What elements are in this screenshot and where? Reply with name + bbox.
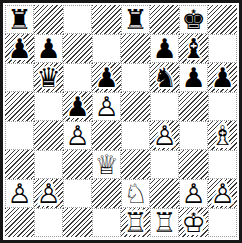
square-c2[interactable] [63, 179, 92, 208]
square-c1[interactable] [63, 208, 92, 237]
piece-glyph: ♟ [5, 34, 34, 63]
black-pawn: ♟ [34, 34, 63, 63]
square-e4[interactable] [121, 121, 150, 150]
square-f7[interactable]: ♟ [150, 34, 179, 63]
black-pawn: ♟ [150, 34, 179, 63]
white-pawn: ♟♙ [5, 179, 34, 208]
piece-glyph: ♟ [208, 63, 237, 92]
white-pawn: ♟♙ [63, 121, 92, 150]
square-e3[interactable] [121, 150, 150, 179]
white-knight: ♞♘ [121, 179, 150, 208]
square-f6[interactable]: ♞ [150, 63, 179, 92]
piece-glyph: ♟ [179, 63, 208, 92]
black-pawn: ♟ [5, 34, 34, 63]
white-queen: ♛♕ [92, 150, 121, 179]
square-h2[interactable]: ♟♙ [208, 179, 237, 208]
white-king: ♚♔ [179, 208, 208, 237]
square-b7[interactable]: ♟ [34, 34, 63, 63]
chess-board: ♜♜♚♟♟♟♝♛♟♞♟♟♟♟♙♟♙♟♙♝♗♛♕♟♙♟♙♞♘♟♙♟♙♜♖♜♖♚♔ [5, 5, 237, 237]
square-e7[interactable] [121, 34, 150, 63]
piece-glyph: ♙ [63, 121, 92, 150]
black-king: ♚ [179, 5, 208, 34]
black-bishop: ♝ [179, 34, 208, 63]
white-pawn: ♟♙ [34, 179, 63, 208]
square-e5[interactable] [121, 92, 150, 121]
square-e6[interactable] [121, 63, 150, 92]
piece-glyph: ♜ [5, 5, 34, 34]
black-pawn: ♟ [208, 63, 237, 92]
square-a5[interactable] [5, 92, 34, 121]
square-c4[interactable]: ♟♙ [63, 121, 92, 150]
piece-glyph: ♟ [34, 34, 63, 63]
square-f5[interactable] [150, 92, 179, 121]
square-d2[interactable] [92, 179, 121, 208]
square-a2[interactable]: ♟♙ [5, 179, 34, 208]
piece-glyph: ♙ [92, 92, 121, 121]
square-a7[interactable]: ♟ [5, 34, 34, 63]
piece-glyph: ♙ [179, 179, 208, 208]
piece-glyph: ♔ [179, 208, 208, 237]
square-d1[interactable] [92, 208, 121, 237]
square-d3[interactable]: ♛♕ [92, 150, 121, 179]
square-b2[interactable]: ♟♙ [34, 179, 63, 208]
black-rook: ♜ [121, 5, 150, 34]
piece-glyph: ♟ [63, 92, 92, 121]
black-pawn: ♟ [179, 63, 208, 92]
square-e2[interactable]: ♞♘ [121, 179, 150, 208]
square-h1[interactable] [208, 208, 237, 237]
square-d6[interactable]: ♟ [92, 63, 121, 92]
square-f2[interactable] [150, 179, 179, 208]
piece-glyph: ♖ [121, 208, 150, 237]
square-d4[interactable] [92, 121, 121, 150]
piece-glyph: ♟ [150, 34, 179, 63]
square-f3[interactable] [150, 150, 179, 179]
square-f8[interactable] [150, 5, 179, 34]
square-a4[interactable] [5, 121, 34, 150]
white-pawn: ♟♙ [179, 179, 208, 208]
piece-glyph: ♝ [179, 34, 208, 63]
square-e8[interactable]: ♜ [121, 5, 150, 34]
square-h3[interactable] [208, 150, 237, 179]
black-knight: ♞ [150, 63, 179, 92]
piece-glyph: ♟ [92, 63, 121, 92]
square-h7[interactable] [208, 34, 237, 63]
white-rook: ♜♖ [121, 208, 150, 237]
square-a6[interactable] [5, 63, 34, 92]
square-c3[interactable] [63, 150, 92, 179]
square-f1[interactable]: ♜♖ [150, 208, 179, 237]
black-rook: ♜ [5, 5, 34, 34]
white-bishop: ♝♗ [208, 121, 237, 150]
square-a3[interactable] [5, 150, 34, 179]
piece-glyph: ♙ [150, 121, 179, 150]
square-g7[interactable]: ♝ [179, 34, 208, 63]
piece-glyph: ♙ [5, 179, 34, 208]
square-a8[interactable]: ♜ [5, 5, 34, 34]
piece-glyph: ♙ [34, 179, 63, 208]
square-f4[interactable]: ♟♙ [150, 121, 179, 150]
square-d8[interactable] [92, 5, 121, 34]
square-g1[interactable]: ♚♔ [179, 208, 208, 237]
square-c8[interactable] [63, 5, 92, 34]
square-b5[interactable] [34, 92, 63, 121]
square-b8[interactable] [34, 5, 63, 34]
piece-glyph: ♘ [121, 179, 150, 208]
square-b1[interactable] [34, 208, 63, 237]
square-h4[interactable]: ♝♗ [208, 121, 237, 150]
square-c5[interactable]: ♟ [63, 92, 92, 121]
square-h8[interactable] [208, 5, 237, 34]
piece-glyph: ♜ [121, 5, 150, 34]
square-b4[interactable] [34, 121, 63, 150]
square-a1[interactable] [5, 208, 34, 237]
square-c6[interactable] [63, 63, 92, 92]
white-pawn: ♟♙ [92, 92, 121, 121]
black-pawn: ♟ [92, 63, 121, 92]
square-g2[interactable]: ♟♙ [179, 179, 208, 208]
piece-glyph: ♚ [179, 5, 208, 34]
piece-glyph: ♕ [92, 150, 121, 179]
white-pawn: ♟♙ [150, 121, 179, 150]
piece-glyph: ♖ [150, 208, 179, 237]
piece-glyph: ♙ [208, 179, 237, 208]
square-g5[interactable] [179, 92, 208, 121]
white-pawn: ♟♙ [208, 179, 237, 208]
square-d7[interactable] [92, 34, 121, 63]
square-g4[interactable] [179, 121, 208, 150]
square-b3[interactable] [34, 150, 63, 179]
square-b6[interactable]: ♛ [34, 63, 63, 92]
square-g3[interactable] [179, 150, 208, 179]
black-queen: ♛ [34, 63, 63, 92]
square-c7[interactable] [63, 34, 92, 63]
square-g6[interactable]: ♟ [179, 63, 208, 92]
white-rook: ♜♖ [150, 208, 179, 237]
chess-board-frame: ♜♜♚♟♟♟♝♛♟♞♟♟♟♟♙♟♙♟♙♝♗♛♕♟♙♟♙♞♘♟♙♟♙♜♖♜♖♚♔ [0, 0, 242, 243]
square-e1[interactable]: ♜♖ [121, 208, 150, 237]
square-h5[interactable] [208, 92, 237, 121]
square-h6[interactable]: ♟ [208, 63, 237, 92]
piece-glyph: ♛ [34, 63, 63, 92]
square-d5[interactable]: ♟♙ [92, 92, 121, 121]
black-pawn: ♟ [63, 92, 92, 121]
piece-glyph: ♗ [208, 121, 237, 150]
piece-glyph: ♞ [150, 63, 179, 92]
square-g8[interactable]: ♚ [179, 5, 208, 34]
